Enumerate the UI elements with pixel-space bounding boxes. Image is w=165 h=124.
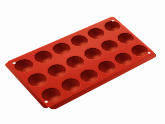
mold-cavity	[24, 71, 50, 89]
silicone-mold	[6, 16, 155, 108]
corner-hole	[43, 100, 48, 103]
cavity-layer	[6, 17, 112, 63]
mold-cavity	[68, 33, 91, 48]
mold-cavity	[31, 49, 56, 66]
mold-cavity	[50, 41, 74, 57]
mold-cavity	[44, 62, 69, 79]
mold-cavity	[77, 67, 102, 84]
product-photo-scene	[0, 0, 165, 124]
mold-cavity	[58, 76, 84, 94]
mold-cavity	[81, 46, 105, 62]
mold-cavity	[11, 57, 37, 74]
mold-cavity	[63, 54, 87, 71]
